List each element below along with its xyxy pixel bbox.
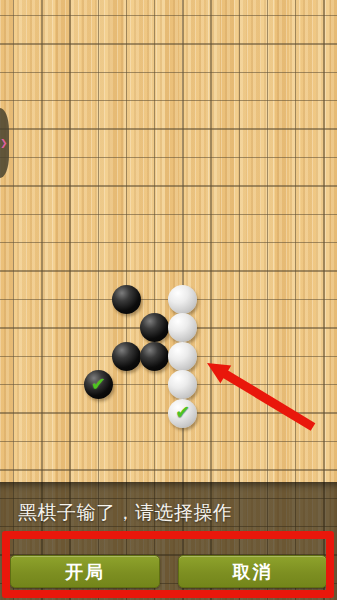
app-screen: ✔✔ ❯ 黑棋子输了，请选择操作 开局 取消 (0, 0, 337, 600)
new-game-button-label: 开局 (65, 560, 105, 584)
chevron-right-icon: ❯ (0, 139, 8, 148)
grid-line (0, 157, 337, 159)
grid-line (0, 15, 337, 17)
grid-line (0, 214, 337, 216)
new-game-button[interactable]: 开局 (10, 555, 160, 588)
stone-white (168, 370, 197, 399)
result-message: 黑棋子输了，请选择操作 (18, 500, 233, 526)
cancel-button-label: 取消 (233, 560, 273, 584)
stone-black (140, 342, 169, 371)
cancel-button[interactable]: 取消 (178, 555, 327, 588)
stone-black: ✔ (84, 370, 113, 399)
grid-line (0, 441, 337, 443)
stone-black (112, 285, 141, 314)
grid-line (0, 469, 337, 471)
grid-line (0, 185, 337, 187)
check-icon: ✔ (91, 375, 106, 393)
grid-line (0, 43, 337, 45)
stone-white: ✔ (168, 399, 197, 428)
grid-line (0, 128, 337, 130)
grid-line (0, 270, 337, 272)
stone-black (140, 313, 169, 342)
grid-line (0, 242, 337, 244)
stone-white (168, 285, 197, 314)
grid-line (0, 72, 337, 74)
stone-white (168, 313, 197, 342)
stone-black (112, 342, 141, 371)
grid-line (0, 100, 337, 102)
stone-white (168, 342, 197, 371)
check-icon: ✔ (175, 403, 190, 421)
